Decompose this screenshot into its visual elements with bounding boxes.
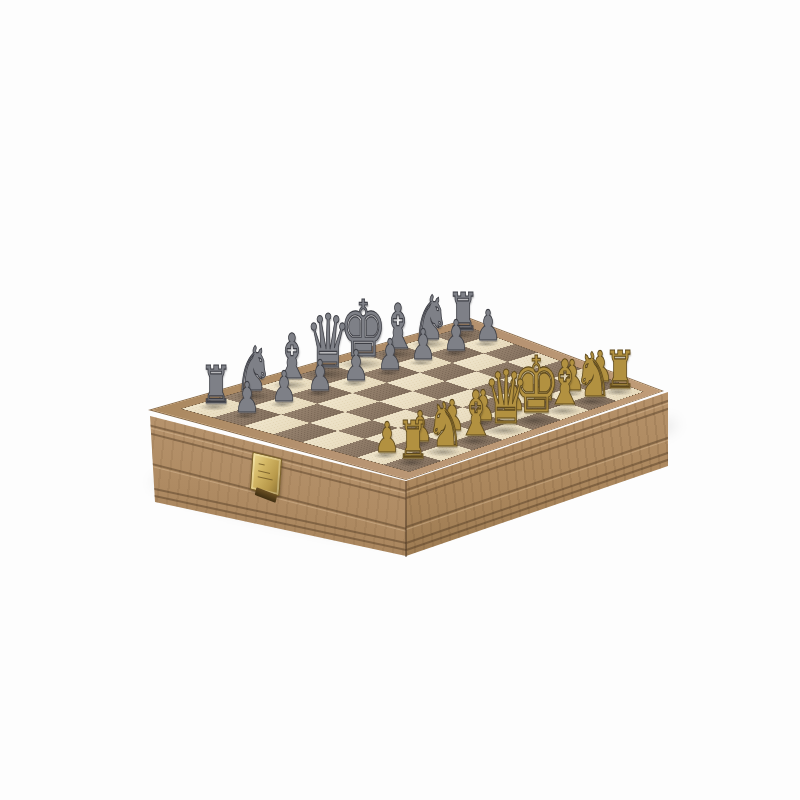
product-photo-stage: ♜♟♞♟♝♟♚♟♛♟♟♝♜♟♟♞♞♟♟♜♝♟♟♚♟♛♟♝♟♞♟♜ bbox=[0, 0, 800, 800]
base-groove bbox=[406, 456, 676, 551]
clasp-engraving bbox=[258, 470, 270, 474]
box-corner-edge bbox=[405, 481, 407, 557]
clasp-engraving bbox=[258, 476, 273, 480]
clasp-engraving bbox=[259, 463, 265, 465]
base-groove bbox=[150, 487, 429, 549]
lid-seam-highlight bbox=[148, 465, 424, 536]
piece-white-rook[interactable]: ♜ bbox=[382, 414, 443, 466]
brass-clasp bbox=[250, 452, 282, 497]
piece-black-pawn[interactable]: ♟ bbox=[216, 377, 277, 419]
